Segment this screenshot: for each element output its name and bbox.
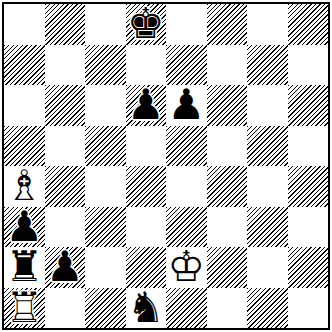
white-king: ♔: [166, 247, 207, 288]
black-knight-halo: ♞: [126, 288, 167, 329]
square-h6[interactable]: [288, 85, 329, 126]
square-b1[interactable]: [45, 288, 86, 329]
square-g6[interactable]: [247, 85, 288, 126]
square-e6[interactable]: ♟♟: [166, 85, 207, 126]
square-e5[interactable]: [166, 126, 207, 167]
square-f3[interactable]: [207, 207, 248, 248]
square-c6[interactable]: [85, 85, 126, 126]
square-f8[interactable]: [207, 4, 248, 45]
square-d2[interactable]: [126, 247, 167, 288]
black-pawn: ♟: [126, 85, 167, 126]
square-a7[interactable]: [4, 45, 45, 86]
black-pawn: ♟: [45, 247, 86, 288]
square-g8[interactable]: [247, 4, 288, 45]
square-c5[interactable]: [85, 126, 126, 167]
square-f2[interactable]: [207, 247, 248, 288]
square-a4[interactable]: ♝♗: [4, 166, 45, 207]
square-c3[interactable]: [85, 207, 126, 248]
square-e3[interactable]: [166, 207, 207, 248]
square-g3[interactable]: [247, 207, 288, 248]
chess-diagram: ♚♚♟♟♟♟♝♗♟♟♜♜♟♟♚♔♜♖♞♞: [0, 0, 332, 332]
square-c4[interactable]: [85, 166, 126, 207]
black-king-halo: ♚: [126, 4, 167, 45]
square-e8[interactable]: [166, 4, 207, 45]
square-e7[interactable]: [166, 45, 207, 86]
square-d4[interactable]: [126, 166, 167, 207]
square-g1[interactable]: [247, 288, 288, 329]
square-d5[interactable]: [126, 126, 167, 167]
square-d6[interactable]: ♟♟: [126, 85, 167, 126]
square-f5[interactable]: [207, 126, 248, 167]
square-d3[interactable]: [126, 207, 167, 248]
chess-board: ♚♚♟♟♟♟♝♗♟♟♜♜♟♟♚♔♜♖♞♞: [2, 2, 330, 330]
square-b7[interactable]: [45, 45, 86, 86]
white-bishop: ♗: [4, 166, 45, 207]
square-c2[interactable]: [85, 247, 126, 288]
black-pawn: ♟: [166, 85, 207, 126]
square-a5[interactable]: [4, 126, 45, 167]
square-a6[interactable]: [4, 85, 45, 126]
square-f7[interactable]: [207, 45, 248, 86]
square-b4[interactable]: [45, 166, 86, 207]
black-rook-halo: ♜: [4, 247, 45, 288]
square-h3[interactable]: [288, 207, 329, 248]
black-pawn-halo: ♟: [166, 85, 207, 126]
square-b8[interactable]: [45, 4, 86, 45]
square-e4[interactable]: [166, 166, 207, 207]
square-b3[interactable]: [45, 207, 86, 248]
white-bishop-halo: ♝: [4, 166, 45, 207]
square-c8[interactable]: [85, 4, 126, 45]
black-knight: ♞: [126, 288, 167, 329]
square-h8[interactable]: [288, 4, 329, 45]
black-pawn-halo: ♟: [126, 85, 167, 126]
square-c1[interactable]: [85, 288, 126, 329]
square-g4[interactable]: [247, 166, 288, 207]
black-pawn-halo: ♟: [4, 207, 45, 248]
black-rook: ♜: [4, 247, 45, 288]
square-h1[interactable]: [288, 288, 329, 329]
square-f4[interactable]: [207, 166, 248, 207]
white-rook: ♖: [4, 288, 45, 329]
square-d8[interactable]: ♚♚: [126, 4, 167, 45]
square-b6[interactable]: [45, 85, 86, 126]
square-a3[interactable]: ♟♟: [4, 207, 45, 248]
square-a8[interactable]: [4, 4, 45, 45]
black-king: ♚: [126, 4, 167, 45]
square-f1[interactable]: [207, 288, 248, 329]
square-b5[interactable]: [45, 126, 86, 167]
square-d1[interactable]: ♞♞: [126, 288, 167, 329]
square-a2[interactable]: ♜♜: [4, 247, 45, 288]
square-f6[interactable]: [207, 85, 248, 126]
square-a1[interactable]: ♜♖: [4, 288, 45, 329]
white-king-halo: ♚: [166, 247, 207, 288]
square-e1[interactable]: [166, 288, 207, 329]
square-d7[interactable]: [126, 45, 167, 86]
square-b2[interactable]: ♟♟: [45, 247, 86, 288]
square-g7[interactable]: [247, 45, 288, 86]
square-h7[interactable]: [288, 45, 329, 86]
square-h4[interactable]: [288, 166, 329, 207]
white-rook-halo: ♜: [4, 288, 45, 329]
square-h5[interactable]: [288, 126, 329, 167]
square-h2[interactable]: [288, 247, 329, 288]
black-pawn: ♟: [4, 207, 45, 248]
square-g2[interactable]: [247, 247, 288, 288]
square-g5[interactable]: [247, 126, 288, 167]
black-pawn-halo: ♟: [45, 247, 86, 288]
square-c7[interactable]: [85, 45, 126, 86]
square-e2[interactable]: ♚♔: [166, 247, 207, 288]
